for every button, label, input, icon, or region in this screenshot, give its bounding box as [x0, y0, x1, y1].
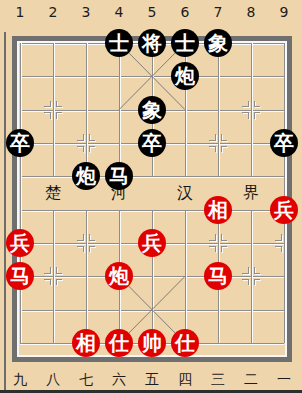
piece-red-soldier-b[interactable]: 兵 [6, 229, 34, 257]
piece-red-soldier-a[interactable]: 兵 [270, 196, 298, 224]
bottom-file-label-9: 一 [273, 372, 295, 388]
bottom-file-label-3: 七 [75, 372, 97, 388]
piece-red-horse-a[interactable]: 马 [6, 262, 34, 290]
piece-red-elephant-b[interactable]: 相 [72, 329, 100, 357]
piece-black-horse[interactable]: 马 [105, 162, 133, 190]
river-char-4: 界 [243, 185, 259, 201]
top-file-label-7: 7 [207, 4, 229, 20]
top-file-label-3: 3 [75, 4, 97, 20]
bottom-file-label-2: 八 [42, 372, 64, 388]
top-file-label-9: 9 [273, 4, 295, 20]
piece-red-advisor-b[interactable]: 仕 [171, 329, 199, 357]
top-file-label-1: 1 [9, 4, 31, 20]
piece-red-cannon[interactable]: 炮 [105, 262, 133, 290]
top-file-label-8: 8 [240, 4, 262, 20]
bottom-file-label-1: 九 [9, 372, 31, 388]
piece-black-soldier-b[interactable]: 卒 [138, 129, 166, 157]
piece-red-soldier-c[interactable]: 兵 [138, 229, 166, 257]
piece-black-cannon-a[interactable]: 炮 [171, 62, 199, 90]
piece-black-elephant-b[interactable]: 象 [138, 96, 166, 124]
top-file-label-4: 4 [108, 4, 130, 20]
bottom-file-label-5: 五 [141, 372, 163, 388]
piece-black-cannon-b[interactable]: 炮 [72, 162, 100, 190]
bottom-file-label-8: 二 [240, 372, 262, 388]
piece-red-general[interactable]: 帅 [138, 329, 166, 357]
piece-black-soldier-c[interactable]: 卒 [270, 129, 298, 157]
piece-black-soldier-a[interactable]: 卒 [6, 129, 34, 157]
bottom-file-label-6: 四 [174, 372, 196, 388]
bottom-file-label-7: 三 [207, 372, 229, 388]
bottom-file-label-4: 六 [108, 372, 130, 388]
top-file-label-5: 5 [141, 4, 163, 20]
piece-red-advisor-a[interactable]: 仕 [105, 329, 133, 357]
river-char-3: 汉 [177, 185, 193, 201]
piece-red-elephant-a[interactable]: 相 [204, 196, 232, 224]
top-file-label-6: 6 [174, 4, 196, 20]
piece-black-advisor-b[interactable]: 士 [171, 29, 199, 57]
piece-red-horse-b[interactable]: 马 [204, 262, 232, 290]
river-char-1: 楚 [45, 185, 61, 201]
top-file-label-2: 2 [42, 4, 64, 20]
piece-black-advisor-a[interactable]: 士 [105, 29, 133, 57]
piece-black-general[interactable]: 将 [138, 29, 166, 57]
xiangqi-board-app: 123456789 九八七六五四三二一 楚河汉界 士将士象炮象卒卒卒炮马相兵兵兵… [0, 0, 302, 393]
piece-black-elephant-a[interactable]: 象 [204, 29, 232, 57]
